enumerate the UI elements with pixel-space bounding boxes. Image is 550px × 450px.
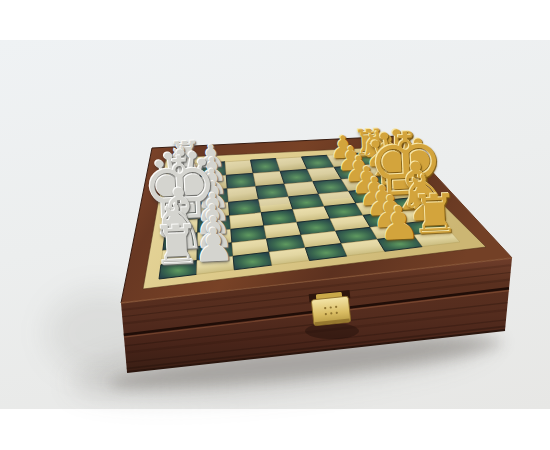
product-photo: ♜♟♟♜♞♟♟♞♝♟♟♝♛♟♟♛♚♟♟♚♝♟♟♝♞♟♟♞♜♟♟♜ (0, 0, 550, 450)
clasp-shadow (305, 323, 359, 339)
case-clasp (309, 290, 353, 326)
chess-case-scene (0, 0, 550, 450)
